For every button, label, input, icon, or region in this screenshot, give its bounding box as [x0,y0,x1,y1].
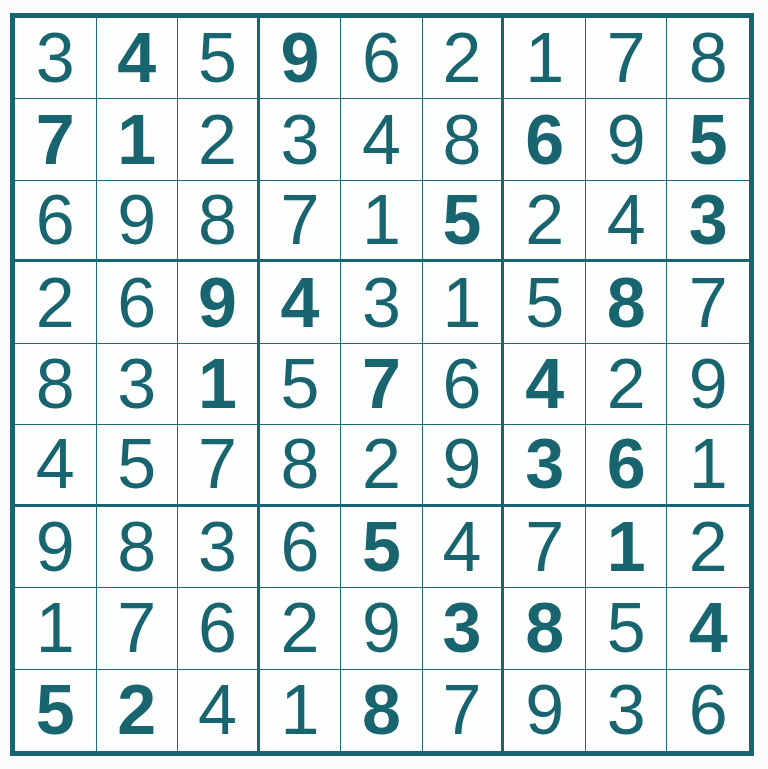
cell-r1c1[interactable]: 3 [15,18,97,99]
cell-r5c6[interactable]: 6 [423,344,505,425]
cell-r2c8[interactable]: 9 [586,99,668,180]
cell-r3c6[interactable]: 5 [423,181,505,262]
cell-r1c5[interactable]: 6 [341,18,423,99]
cell-r8c9[interactable]: 4 [667,588,749,669]
cell-r5c1[interactable]: 8 [15,344,97,425]
cell-r1c3[interactable]: 5 [178,18,260,99]
cell-r5c9[interactable]: 9 [667,344,749,425]
cell-r2c5[interactable]: 4 [341,99,423,180]
cell-r9c1[interactable]: 5 [15,670,97,751]
cell-r5c2[interactable]: 3 [97,344,179,425]
cell-r9c8[interactable]: 3 [586,670,668,751]
cell-r7c2[interactable]: 8 [97,507,179,588]
cell-r7c8[interactable]: 1 [586,507,668,588]
cell-r8c3[interactable]: 6 [178,588,260,669]
cell-r7c5[interactable]: 5 [341,507,423,588]
cell-r4c3[interactable]: 9 [178,262,260,343]
cell-r2c6[interactable]: 8 [423,99,505,180]
cell-r5c5[interactable]: 7 [341,344,423,425]
cell-r9c9[interactable]: 6 [667,670,749,751]
cell-r5c8[interactable]: 2 [586,344,668,425]
cell-r2c4[interactable]: 3 [260,99,342,180]
cell-r4c5[interactable]: 3 [341,262,423,343]
cell-r1c8[interactable]: 7 [586,18,668,99]
cell-r8c2[interactable]: 7 [97,588,179,669]
cell-r7c1[interactable]: 9 [15,507,97,588]
cell-r3c9[interactable]: 3 [667,181,749,262]
cell-r6c5[interactable]: 2 [341,425,423,506]
cell-r2c1[interactable]: 7 [15,99,97,180]
cell-r3c5[interactable]: 1 [341,181,423,262]
cell-r7c6[interactable]: 4 [423,507,505,588]
cell-r8c4[interactable]: 2 [260,588,342,669]
cell-r2c3[interactable]: 2 [178,99,260,180]
cell-r3c8[interactable]: 4 [586,181,668,262]
cell-r5c3[interactable]: 1 [178,344,260,425]
cell-r4c4[interactable]: 4 [260,262,342,343]
cell-r3c4[interactable]: 7 [260,181,342,262]
cell-r1c6[interactable]: 2 [423,18,505,99]
sudoku-board: 3459621787123486956987152432694315878315… [10,13,754,756]
cell-r3c7[interactable]: 2 [504,181,586,262]
cell-r9c4[interactable]: 1 [260,670,342,751]
cell-r6c3[interactable]: 7 [178,425,260,506]
cell-r6c8[interactable]: 6 [586,425,668,506]
cell-r4c6[interactable]: 1 [423,262,505,343]
cell-r7c7[interactable]: 7 [504,507,586,588]
cell-r9c2[interactable]: 2 [97,670,179,751]
cell-r7c4[interactable]: 6 [260,507,342,588]
cell-r7c9[interactable]: 2 [667,507,749,588]
cell-r6c9[interactable]: 1 [667,425,749,506]
cell-r2c9[interactable]: 5 [667,99,749,180]
cell-r1c7[interactable]: 1 [504,18,586,99]
cell-r3c1[interactable]: 6 [15,181,97,262]
cell-r3c2[interactable]: 9 [97,181,179,262]
cell-r6c4[interactable]: 8 [260,425,342,506]
cell-r9c5[interactable]: 8 [341,670,423,751]
cell-r1c2[interactable]: 4 [97,18,179,99]
cell-r8c1[interactable]: 1 [15,588,97,669]
cell-r2c7[interactable]: 6 [504,99,586,180]
cell-r6c1[interactable]: 4 [15,425,97,506]
cell-r3c3[interactable]: 8 [178,181,260,262]
cell-r8c5[interactable]: 9 [341,588,423,669]
cell-r8c8[interactable]: 5 [586,588,668,669]
cell-r8c7[interactable]: 8 [504,588,586,669]
cell-r8c6[interactable]: 3 [423,588,505,669]
cell-r4c2[interactable]: 6 [97,262,179,343]
cell-r4c9[interactable]: 7 [667,262,749,343]
cell-r4c1[interactable]: 2 [15,262,97,343]
cell-r6c6[interactable]: 9 [423,425,505,506]
cell-r9c7[interactable]: 9 [504,670,586,751]
cell-r5c4[interactable]: 5 [260,344,342,425]
cell-r4c8[interactable]: 8 [586,262,668,343]
cell-r6c7[interactable]: 3 [504,425,586,506]
cell-r9c6[interactable]: 7 [423,670,505,751]
cell-r9c3[interactable]: 4 [178,670,260,751]
cell-r1c4[interactable]: 9 [260,18,342,99]
cell-r2c2[interactable]: 1 [97,99,179,180]
cell-r4c7[interactable]: 5 [504,262,586,343]
cell-r1c9[interactable]: 8 [667,18,749,99]
cell-r7c3[interactable]: 3 [178,507,260,588]
cell-r6c2[interactable]: 5 [97,425,179,506]
cell-r5c7[interactable]: 4 [504,344,586,425]
